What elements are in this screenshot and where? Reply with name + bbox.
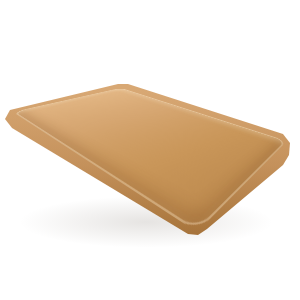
puzzle-box-photo bbox=[0, 0, 300, 300]
